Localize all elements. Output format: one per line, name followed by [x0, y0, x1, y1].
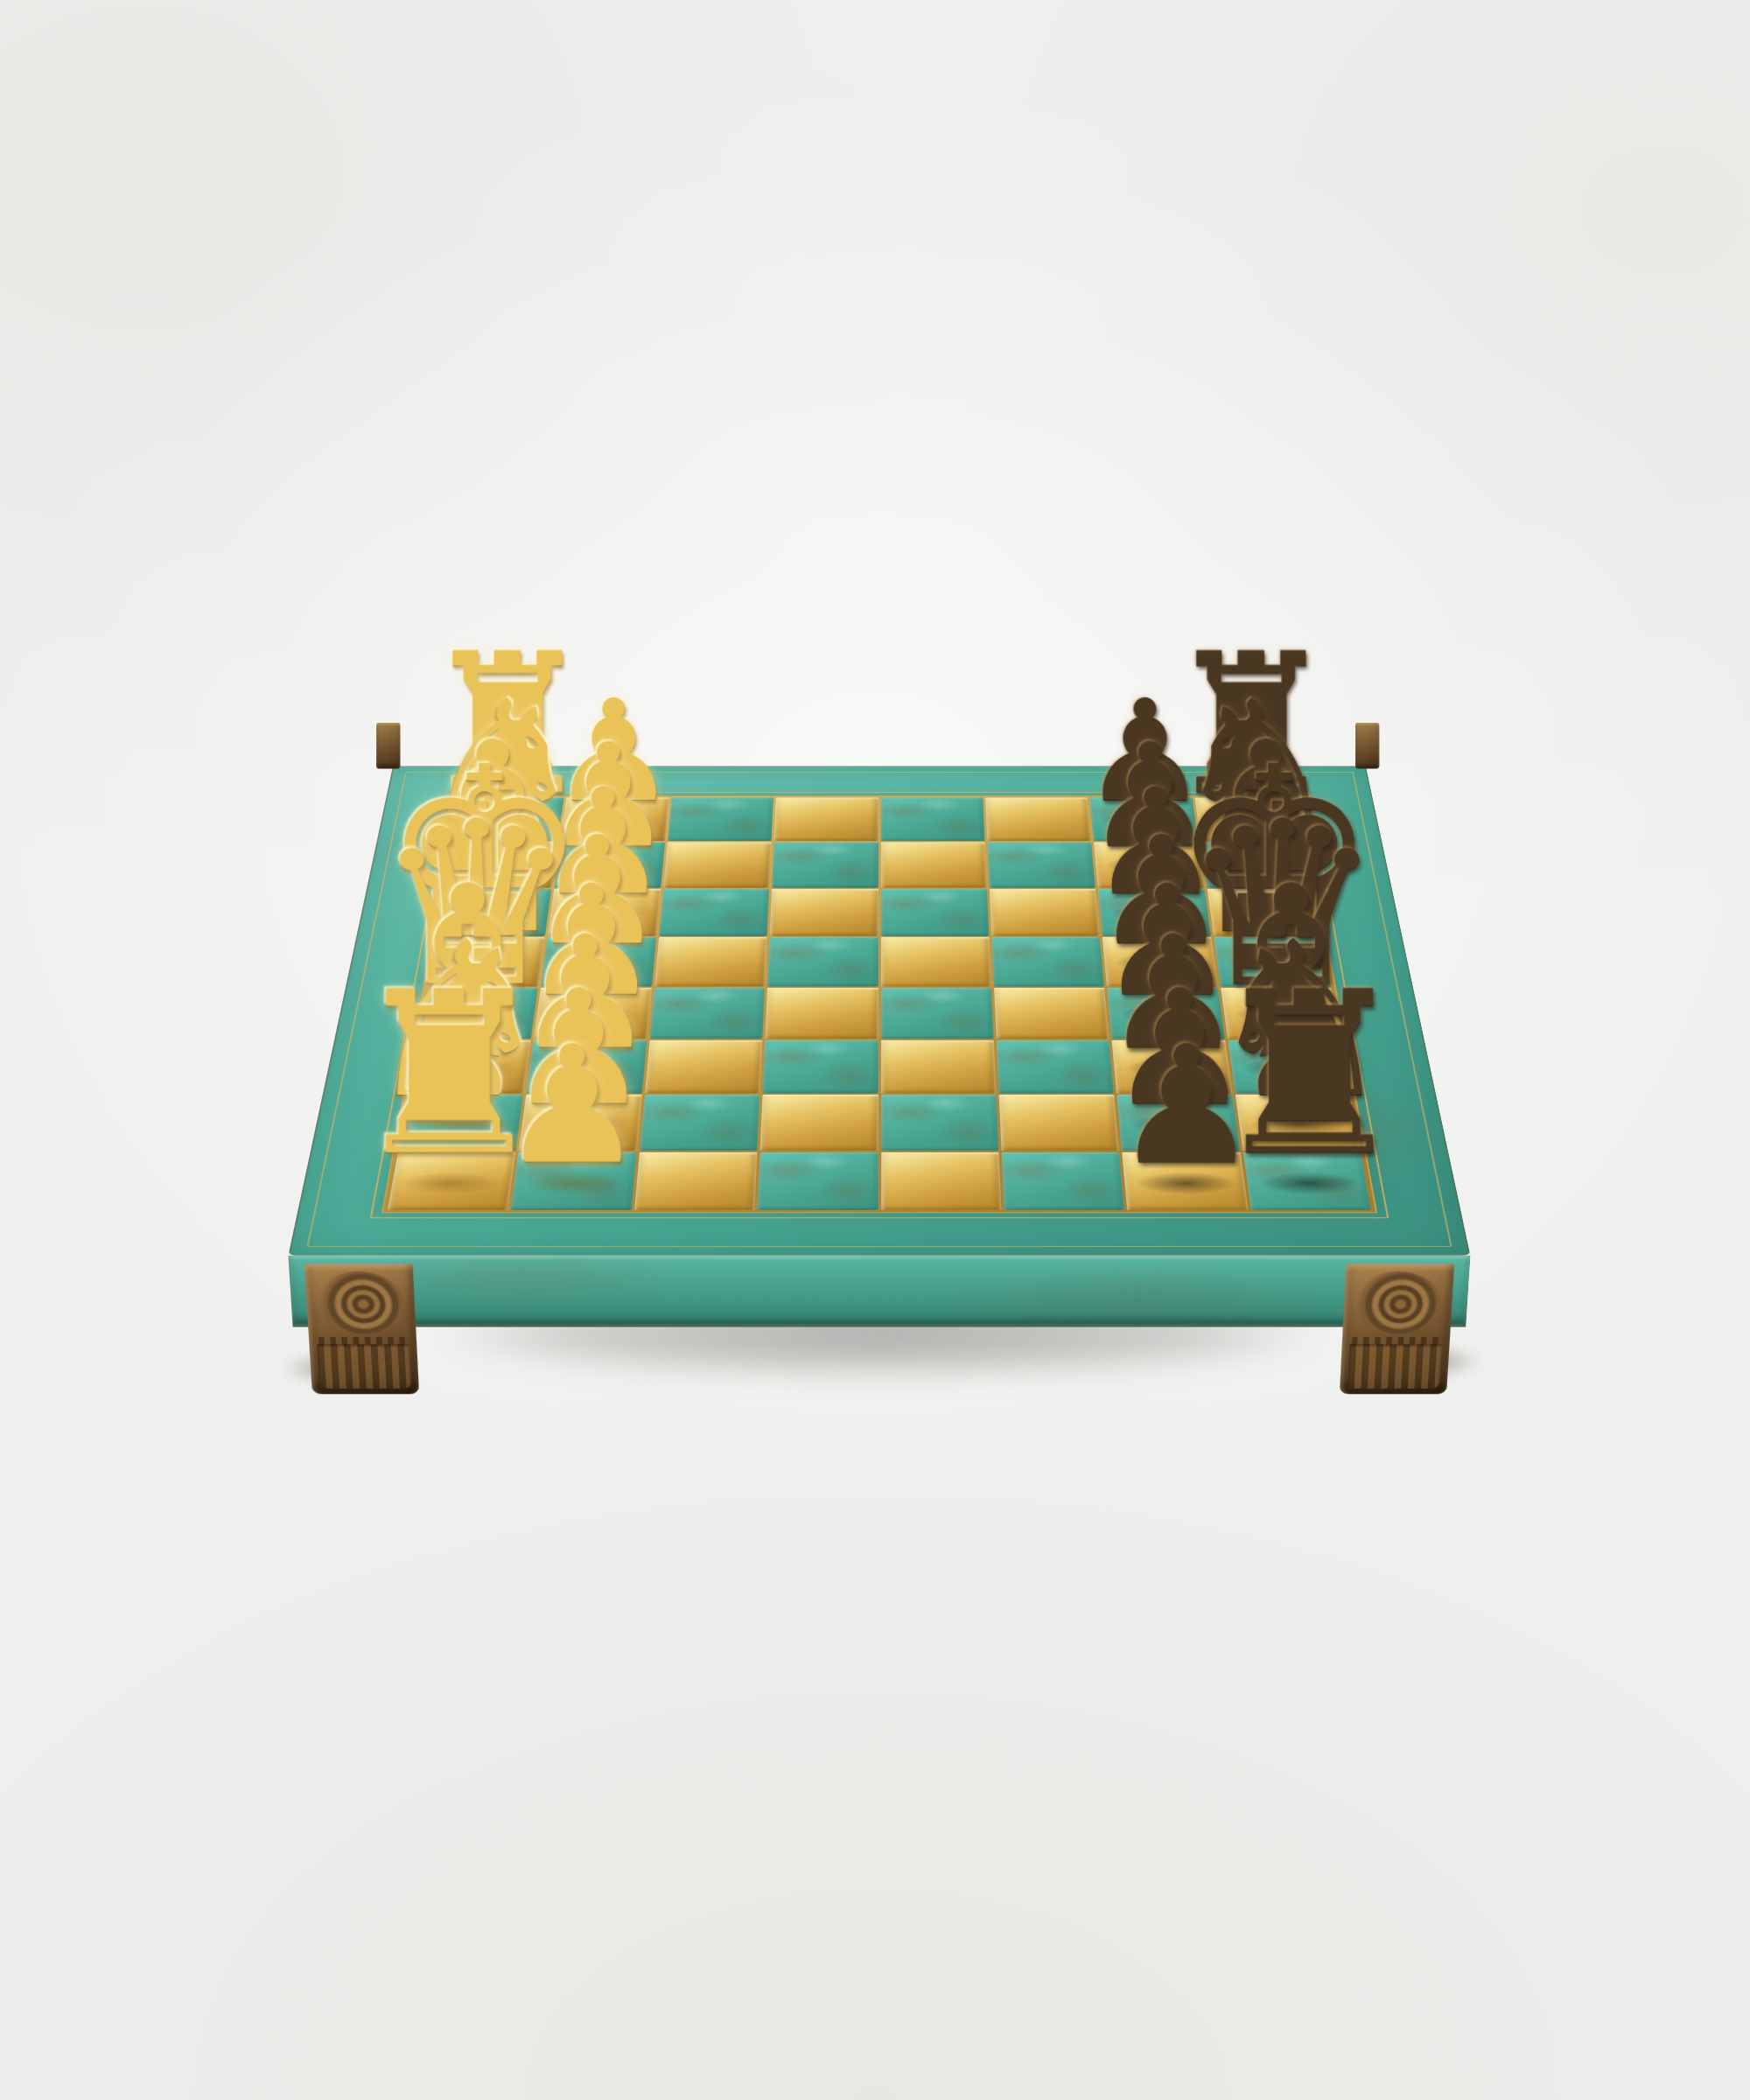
square-r4-c1	[428, 937, 545, 986]
square-r5-c6	[994, 988, 1109, 1039]
square-r1-c3	[668, 798, 773, 842]
foot-fluting	[1347, 1344, 1442, 1389]
square-r1-c7	[1090, 798, 1199, 842]
square-r1-c6	[985, 798, 1091, 842]
square-r8-c5	[881, 1152, 1002, 1211]
piece-contact-shadow	[1257, 1172, 1361, 1194]
photo-scene: ♜♟♟♜♞♟♟♞♝♟♟♝♚♟♟♚♛♟♟♛♝♟♟♝♞♟♟♞♜♟♟♜	[0, 0, 1750, 2100]
square-r1-c1	[454, 798, 564, 842]
square-r8-c4	[758, 1152, 878, 1211]
square-r6-c2	[527, 1040, 647, 1094]
hinge-icon	[1355, 723, 1379, 769]
square-r6-c5	[881, 1040, 997, 1094]
piece-contact-shadow	[521, 1172, 624, 1194]
square-r2-c1	[446, 843, 558, 888]
piece-contact-shadow	[1124, 1058, 1222, 1078]
piece-contact-shadow	[409, 1114, 510, 1135]
square-r8-c8	[1242, 1152, 1371, 1211]
square-r2-c7	[1094, 843, 1204, 888]
piece-contact-shadow	[1234, 1004, 1331, 1024]
square-r3-c6	[990, 889, 1100, 936]
square-r8-c6	[1002, 1152, 1125, 1211]
ionic-scroll-icon	[1351, 1271, 1443, 1334]
square-r4-c3	[654, 937, 767, 986]
square-r7-c4	[760, 1095, 878, 1151]
square-r2-c6	[987, 843, 1095, 888]
piece-contact-shadow	[536, 1058, 634, 1078]
hinge-icon	[376, 723, 400, 769]
piece-contact-shadow	[529, 1114, 630, 1135]
square-r3-c5	[880, 889, 989, 936]
square-r2-c5	[880, 843, 986, 888]
piece-contact-shadow	[543, 1004, 640, 1024]
piece-contact-shadow	[1249, 1114, 1350, 1135]
board-foot-right	[1340, 1263, 1454, 1394]
square-r8-c3	[634, 1152, 758, 1211]
square-r1-c4	[774, 798, 878, 842]
square-r5-c4	[765, 988, 878, 1039]
square-r2-c2	[555, 843, 665, 888]
piece-contact-shadow	[1135, 1172, 1237, 1194]
square-r2-c4	[772, 843, 878, 888]
square-r6-c1	[409, 1040, 531, 1094]
square-r7-c8	[1235, 1095, 1360, 1151]
square-r3-c3	[659, 889, 769, 936]
square-r4-c4	[767, 937, 878, 986]
square-r3-c8	[1207, 889, 1321, 936]
square-r5-c2	[534, 988, 651, 1039]
square-r4-c6	[991, 937, 1104, 986]
square-r5-c3	[649, 988, 765, 1039]
square-r8-c7	[1122, 1152, 1248, 1211]
square-r6-c6	[997, 1040, 1115, 1094]
square-r4-c2	[541, 937, 655, 986]
square-r1-c2	[561, 798, 669, 842]
square-r7-c1	[398, 1095, 523, 1151]
board-foot-left	[304, 1263, 419, 1394]
piece-contact-shadow	[1241, 1058, 1340, 1078]
square-r1-c5	[880, 798, 984, 842]
piece-contact-shadow	[428, 1004, 525, 1024]
foot-fluting	[317, 1344, 411, 1389]
square-r6-c4	[763, 1040, 878, 1094]
square-r3-c1	[437, 889, 552, 936]
square-r6-c3	[645, 1040, 763, 1094]
square-r8-c1	[388, 1152, 516, 1211]
square-r5-c7	[1107, 988, 1224, 1039]
square-r7-c6	[999, 1095, 1120, 1151]
square-r7-c5	[881, 1095, 999, 1151]
piece-contact-shadow	[1130, 1114, 1230, 1135]
square-r1-c8	[1194, 798, 1305, 842]
piece-contact-shadow	[418, 1058, 517, 1078]
square-r6-c7	[1112, 1040, 1232, 1094]
piece-contact-shadow	[1119, 1004, 1215, 1024]
piece-contact-shadow	[398, 1172, 501, 1194]
square-r5-c1	[418, 988, 538, 1039]
board-front-edge	[288, 1256, 1470, 1327]
square-r4-c5	[880, 937, 990, 986]
square-r4-c7	[1102, 937, 1217, 986]
square-r8-c2	[511, 1152, 637, 1211]
square-r6-c8	[1228, 1040, 1350, 1094]
square-r5-c5	[881, 988, 994, 1039]
ionic-scroll-icon	[313, 1271, 405, 1334]
square-r7-c7	[1116, 1095, 1239, 1151]
board-frame	[288, 766, 1470, 1256]
square-r7-c2	[519, 1095, 641, 1151]
square-r2-c8	[1200, 843, 1312, 888]
chess-board: ♜♟♟♜♞♟♟♞♝♟♟♝♚♟♟♚♛♟♟♛♝♟♟♝♞♟♟♞♜♟♟♜	[288, 766, 1470, 1256]
square-r7-c3	[640, 1095, 760, 1151]
square-r3-c2	[548, 889, 661, 936]
checkerboard	[383, 796, 1375, 1212]
square-r3-c7	[1098, 889, 1211, 936]
square-r5-c8	[1221, 988, 1340, 1039]
square-r3-c4	[770, 889, 878, 936]
square-r2-c3	[663, 843, 772, 888]
square-r4-c8	[1214, 937, 1331, 986]
